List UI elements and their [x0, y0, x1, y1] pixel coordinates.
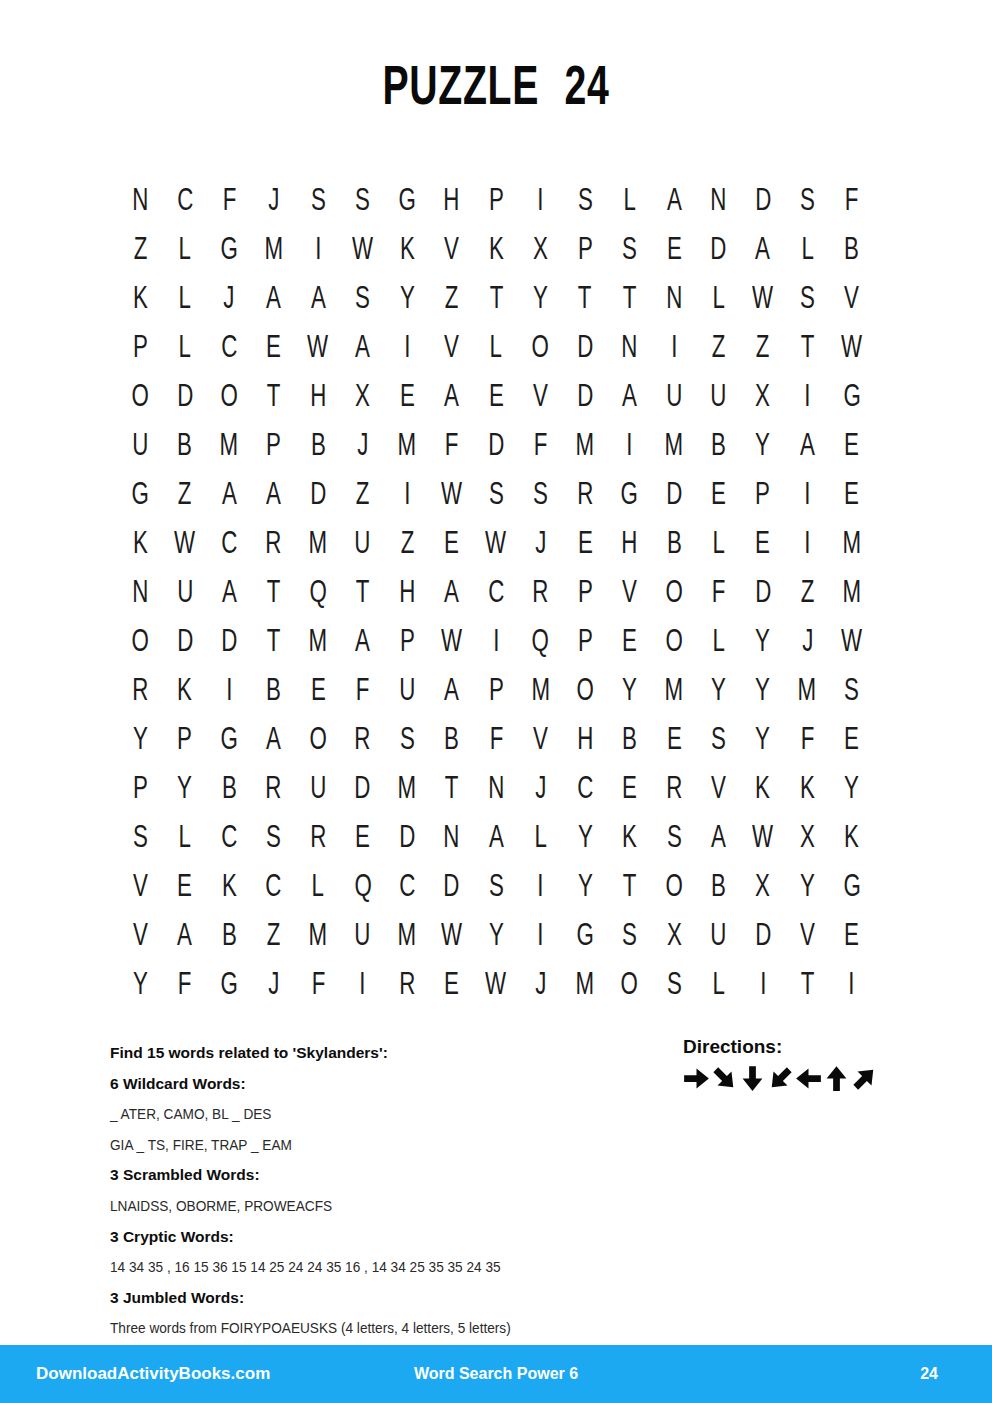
- grid-cell: N: [607, 323, 651, 372]
- footer-book-title: Word Search Power 6: [0, 1365, 992, 1383]
- grid-cell: K: [385, 225, 429, 274]
- grid-cell: A: [340, 323, 384, 372]
- grid-cell: I: [607, 421, 651, 470]
- grid-cell: P: [563, 225, 607, 274]
- grid-cell: N: [696, 176, 740, 225]
- grid-cell: K: [741, 763, 785, 812]
- clue-heading: 3 Cryptic Words:: [110, 1222, 670, 1253]
- grid-cell: M: [385, 763, 429, 812]
- grid-cell: M: [296, 519, 340, 568]
- grid-cell: L: [296, 861, 340, 910]
- grid-cell: W: [296, 323, 340, 372]
- grid-cell: U: [118, 421, 162, 470]
- arrow-down-right-icon: [711, 1065, 739, 1092]
- grid-cell: D: [385, 812, 429, 861]
- grid-cell: M: [652, 421, 696, 470]
- grid-cell: V: [518, 372, 562, 421]
- grid-cell: S: [830, 665, 874, 714]
- grid-cell: O: [207, 372, 251, 421]
- grid-cell: I: [207, 665, 251, 714]
- grid-cell: O: [518, 323, 562, 372]
- grid-cell: D: [696, 225, 740, 274]
- grid-cell: J: [340, 421, 384, 470]
- grid-cell: R: [518, 568, 562, 617]
- grid-cell: W: [474, 959, 518, 1008]
- grid-cell: F: [296, 959, 340, 1008]
- clue-heading: 3 Scrambled Words:: [110, 1160, 670, 1191]
- grid-cell: G: [830, 861, 874, 910]
- grid-cell: Y: [785, 861, 829, 910]
- grid-cell: W: [429, 470, 473, 519]
- grid-cell: E: [830, 421, 874, 470]
- grid-cell: I: [830, 959, 874, 1008]
- footer-bar: DownloadActivityBooks.com Word Search Po…: [0, 1345, 992, 1403]
- grid-cell: C: [207, 519, 251, 568]
- grid-cell: F: [785, 714, 829, 763]
- grid-cell: M: [830, 519, 874, 568]
- grid-cell: V: [696, 763, 740, 812]
- page-title: PUZZLE 24: [149, 52, 843, 117]
- grid-cell: A: [785, 421, 829, 470]
- grid-cell: W: [741, 812, 785, 861]
- grid-cell: B: [696, 861, 740, 910]
- grid-cell: X: [741, 372, 785, 421]
- grid-cell: O: [607, 959, 651, 1008]
- find-words-heading: Find 15 words related to 'Skylanders':: [110, 1038, 670, 1069]
- grid-cell: D: [563, 372, 607, 421]
- grid-cell: G: [207, 959, 251, 1008]
- grid-cell: W: [429, 616, 473, 665]
- clue-heading: 6 Wildcard Words:: [110, 1069, 670, 1100]
- grid-cell: U: [162, 568, 206, 617]
- grid-cell: P: [118, 323, 162, 372]
- grid-cell: Q: [296, 568, 340, 617]
- grid-cell: R: [251, 763, 295, 812]
- grid-cell: Z: [251, 910, 295, 959]
- grid-cell: A: [696, 812, 740, 861]
- clue-line: LNAIDSS, OBORME, PROWEACFS: [110, 1191, 603, 1222]
- grid-cell: A: [429, 568, 473, 617]
- grid-cell: V: [118, 861, 162, 910]
- grid-cell: D: [474, 421, 518, 470]
- grid-cell: D: [741, 176, 785, 225]
- grid-cell: E: [429, 519, 473, 568]
- grid-cell: B: [296, 421, 340, 470]
- grid-cell: L: [696, 959, 740, 1008]
- grid-cell: N: [118, 568, 162, 617]
- grid-cell: Z: [385, 519, 429, 568]
- grid-cell: K: [785, 763, 829, 812]
- grid-cell: U: [696, 372, 740, 421]
- grid-cell: W: [429, 910, 473, 959]
- grid-cell: D: [207, 616, 251, 665]
- grid-cell: O: [652, 568, 696, 617]
- grid-cell: Y: [118, 959, 162, 1008]
- grid-cell: M: [563, 959, 607, 1008]
- grid-cell: D: [162, 616, 206, 665]
- grid-cell: W: [162, 519, 206, 568]
- grid-cell: P: [563, 616, 607, 665]
- grid-cell: V: [785, 910, 829, 959]
- grid-cell: Y: [696, 665, 740, 714]
- grid-cell: G: [830, 372, 874, 421]
- grid-cell: Z: [429, 274, 473, 323]
- grid-cell: J: [251, 176, 295, 225]
- grid-cell: Y: [118, 714, 162, 763]
- grid-cell: P: [474, 176, 518, 225]
- grid-cell: A: [251, 274, 295, 323]
- grid-cell: E: [162, 861, 206, 910]
- clue-heading: 3 Jumbled Words:: [110, 1283, 670, 1314]
- grid-cell: S: [696, 714, 740, 763]
- grid-cell: G: [207, 225, 251, 274]
- grid-cell: X: [741, 861, 785, 910]
- grid-cell: V: [518, 714, 562, 763]
- grid-cell: N: [118, 176, 162, 225]
- grid-cell: I: [385, 323, 429, 372]
- grid-cell: Y: [607, 665, 651, 714]
- grid-cell: P: [385, 616, 429, 665]
- grid-cell: H: [563, 714, 607, 763]
- grid-cell: M: [652, 665, 696, 714]
- grid-cell: T: [251, 568, 295, 617]
- grid-cell: W: [741, 274, 785, 323]
- grid-cell: X: [785, 812, 829, 861]
- grid-cell: N: [474, 763, 518, 812]
- grid-cell: E: [429, 959, 473, 1008]
- grid-cell: G: [607, 470, 651, 519]
- grid-cell: O: [118, 616, 162, 665]
- clue-panel: Find 15 words related to 'Skylanders': 6…: [110, 1038, 670, 1344]
- grid-cell: Y: [741, 616, 785, 665]
- grid-cell: N: [652, 274, 696, 323]
- grid-cell: J: [207, 274, 251, 323]
- grid-cell: F: [830, 176, 874, 225]
- grid-cell: I: [518, 910, 562, 959]
- grid-cell: B: [251, 665, 295, 714]
- grid-cell: M: [296, 910, 340, 959]
- grid-cell: V: [429, 225, 473, 274]
- grid-cell: K: [118, 519, 162, 568]
- grid-cell: L: [162, 225, 206, 274]
- grid-cell: A: [207, 470, 251, 519]
- grid-cell: A: [474, 812, 518, 861]
- grid-cell: K: [474, 225, 518, 274]
- grid-cell: A: [207, 568, 251, 617]
- grid-cell: M: [207, 421, 251, 470]
- grid-cell: I: [785, 372, 829, 421]
- grid-cell: S: [652, 959, 696, 1008]
- grid-cell: E: [607, 763, 651, 812]
- grid-cell: I: [785, 519, 829, 568]
- grid-cell: Z: [162, 470, 206, 519]
- grid-cell: O: [652, 616, 696, 665]
- grid-cell: E: [340, 812, 384, 861]
- grid-cell: L: [607, 176, 651, 225]
- grid-cell: A: [162, 910, 206, 959]
- grid-cell: C: [207, 812, 251, 861]
- grid-cell: Y: [830, 763, 874, 812]
- grid-cell: L: [162, 323, 206, 372]
- grid-cell: G: [118, 470, 162, 519]
- grid-cell: P: [563, 568, 607, 617]
- grid-cell: T: [785, 959, 829, 1008]
- grid-cell: R: [385, 959, 429, 1008]
- grid-cell: T: [429, 763, 473, 812]
- word-search-grid: NCFJSSGHPISLANDSFZLGMIWKVKXPSEDALBKLJAAS…: [118, 176, 874, 1008]
- grid-cell: A: [607, 372, 651, 421]
- grid-cell: L: [162, 812, 206, 861]
- grid-cell: D: [741, 568, 785, 617]
- grid-cell: L: [696, 616, 740, 665]
- grid-cell: D: [296, 470, 340, 519]
- grid-cell: R: [296, 812, 340, 861]
- grid-cell: D: [563, 323, 607, 372]
- grid-cell: R: [652, 763, 696, 812]
- grid-cell: M: [518, 665, 562, 714]
- grid-cell: J: [785, 616, 829, 665]
- grid-cell: K: [607, 812, 651, 861]
- grid-cell: A: [296, 274, 340, 323]
- clue-line: GIA _ TS, FIRE, TRAP _ EAM: [110, 1130, 603, 1161]
- grid-cell: P: [474, 665, 518, 714]
- grid-cell: S: [296, 176, 340, 225]
- grid-cell: C: [563, 763, 607, 812]
- grid-cell: B: [207, 910, 251, 959]
- grid-cell: S: [652, 812, 696, 861]
- grid-cell: F: [518, 421, 562, 470]
- grid-cell: V: [429, 323, 473, 372]
- grid-cell: S: [607, 225, 651, 274]
- grid-cell: W: [830, 323, 874, 372]
- grid-cell: Y: [741, 714, 785, 763]
- clue-line: Three words from FOIRYPOAEUSKS (4 letter…: [110, 1313, 603, 1344]
- grid-cell: K: [830, 812, 874, 861]
- grid-cell: I: [518, 176, 562, 225]
- grid-cell: J: [518, 763, 562, 812]
- grid-cell: S: [474, 470, 518, 519]
- grid-cell: K: [162, 665, 206, 714]
- grid-cell: L: [162, 274, 206, 323]
- arrow-down-left-icon: [767, 1065, 795, 1092]
- grid-cell: T: [563, 274, 607, 323]
- grid-cell: T: [340, 568, 384, 617]
- grid-cell: C: [251, 861, 295, 910]
- grid-cell: K: [118, 274, 162, 323]
- grid-cell: G: [563, 910, 607, 959]
- grid-cell: T: [607, 274, 651, 323]
- grid-cell: E: [741, 519, 785, 568]
- grid-cell: Z: [741, 323, 785, 372]
- grid-cell: C: [162, 176, 206, 225]
- grid-cell: U: [696, 910, 740, 959]
- grid-cell: V: [118, 910, 162, 959]
- grid-cell: W: [474, 519, 518, 568]
- grid-cell: Z: [118, 225, 162, 274]
- grid-cell: B: [607, 714, 651, 763]
- grid-cell: Y: [563, 812, 607, 861]
- grid-cell: A: [251, 714, 295, 763]
- grid-cell: E: [830, 470, 874, 519]
- grid-cell: R: [563, 470, 607, 519]
- grid-cell: W: [340, 225, 384, 274]
- grid-cell: A: [429, 372, 473, 421]
- grid-cell: E: [385, 372, 429, 421]
- grid-cell: L: [696, 274, 740, 323]
- grid-cell: B: [207, 763, 251, 812]
- puzzle-page: PUZZLE 24 NCFJSSGHPISLANDSFZLGMIWKVKXPSE…: [0, 0, 992, 1403]
- grid-cell: T: [251, 616, 295, 665]
- grid-cell: I: [785, 470, 829, 519]
- grid-cell: F: [696, 568, 740, 617]
- grid-cell: N: [429, 812, 473, 861]
- grid-cell: H: [296, 372, 340, 421]
- grid-cell: W: [830, 616, 874, 665]
- grid-cell: X: [518, 225, 562, 274]
- grid-cell: Y: [385, 274, 429, 323]
- grid-cell: U: [385, 665, 429, 714]
- arrow-up-right-icon: [851, 1065, 879, 1092]
- grid-cell: L: [474, 323, 518, 372]
- grid-cell: D: [429, 861, 473, 910]
- grid-cell: E: [607, 616, 651, 665]
- grid-cell: B: [830, 225, 874, 274]
- grid-cell: S: [563, 176, 607, 225]
- grid-cell: R: [340, 714, 384, 763]
- grid-cell: E: [696, 470, 740, 519]
- grid-cell: C: [474, 568, 518, 617]
- directions-panel: Directions:: [683, 1036, 879, 1092]
- grid-cell: X: [340, 372, 384, 421]
- grid-cell: Q: [340, 861, 384, 910]
- grid-cell: A: [429, 665, 473, 714]
- grid-cell: M: [785, 665, 829, 714]
- grid-cell: T: [474, 274, 518, 323]
- grid-cell: F: [207, 176, 251, 225]
- grid-cell: B: [429, 714, 473, 763]
- grid-cell: A: [741, 225, 785, 274]
- directions-label: Directions:: [683, 1036, 879, 1058]
- grid-cell: C: [385, 861, 429, 910]
- grid-cell: T: [785, 323, 829, 372]
- grid-cell: Q: [518, 616, 562, 665]
- grid-cell: V: [830, 274, 874, 323]
- arrow-left-icon: [795, 1065, 823, 1092]
- grid-cell: K: [207, 861, 251, 910]
- grid-cell: L: [785, 225, 829, 274]
- grid-cell: C: [207, 323, 251, 372]
- grid-cell: F: [162, 959, 206, 1008]
- grid-cell: S: [118, 812, 162, 861]
- grid-cell: O: [118, 372, 162, 421]
- grid-cell: E: [563, 519, 607, 568]
- grid-cell: S: [607, 910, 651, 959]
- grid-cell: Z: [696, 323, 740, 372]
- directions-arrows: [683, 1065, 879, 1092]
- grid-cell: L: [696, 519, 740, 568]
- grid-cell: I: [741, 959, 785, 1008]
- grid-cell: I: [385, 470, 429, 519]
- grid-cell: E: [652, 714, 696, 763]
- grid-cell: S: [474, 861, 518, 910]
- clue-list: 6 Wildcard Words:_ ATER, CAMO, BL _ DESG…: [110, 1069, 670, 1344]
- grid-cell: Y: [162, 763, 206, 812]
- grid-cell: H: [607, 519, 651, 568]
- grid-cell: H: [429, 176, 473, 225]
- grid-cell: M: [385, 910, 429, 959]
- grid-cell: A: [251, 470, 295, 519]
- grid-cell: B: [162, 421, 206, 470]
- grid-cell: U: [340, 519, 384, 568]
- grid-cell: I: [518, 861, 562, 910]
- grid-cell: U: [296, 763, 340, 812]
- grid-cell: S: [340, 176, 384, 225]
- grid-cell: E: [652, 225, 696, 274]
- grid-cell: J: [251, 959, 295, 1008]
- grid-cell: M: [830, 568, 874, 617]
- grid-cell: S: [340, 274, 384, 323]
- grid-cell: E: [251, 323, 295, 372]
- grid-cell: L: [518, 812, 562, 861]
- grid-cell: P: [251, 421, 295, 470]
- grid-cell: I: [652, 323, 696, 372]
- grid-cell: D: [162, 372, 206, 421]
- grid-cell: Y: [518, 274, 562, 323]
- grid-cell: R: [251, 519, 295, 568]
- grid-cell: X: [652, 910, 696, 959]
- grid-cell: D: [741, 910, 785, 959]
- grid-cell: V: [607, 568, 651, 617]
- grid-cell: S: [518, 470, 562, 519]
- grid-cell: T: [607, 861, 651, 910]
- grid-cell: R: [118, 665, 162, 714]
- grid-cell: M: [251, 225, 295, 274]
- grid-cell: Y: [474, 910, 518, 959]
- grid-cell: E: [830, 714, 874, 763]
- grid-cell: I: [474, 616, 518, 665]
- grid-cell: S: [251, 812, 295, 861]
- grid-cell: J: [518, 519, 562, 568]
- grid-cell: B: [696, 421, 740, 470]
- clue-line: 14 34 35 , 16 15 36 15 14 25 24 24 35 16…: [110, 1252, 603, 1283]
- grid-cell: Y: [741, 665, 785, 714]
- grid-cell: Z: [340, 470, 384, 519]
- grid-cell: P: [162, 714, 206, 763]
- grid-cell: O: [296, 714, 340, 763]
- grid-cell: I: [296, 225, 340, 274]
- grid-cell: F: [340, 665, 384, 714]
- grid-cell: O: [563, 665, 607, 714]
- grid-cell: Z: [785, 568, 829, 617]
- grid-cell: F: [474, 714, 518, 763]
- grid-cell: Y: [563, 861, 607, 910]
- grid-cell: S: [385, 714, 429, 763]
- grid-cell: A: [652, 176, 696, 225]
- grid-cell: F: [429, 421, 473, 470]
- grid-cell: E: [830, 910, 874, 959]
- grid-cell: D: [652, 470, 696, 519]
- grid-cell: A: [340, 616, 384, 665]
- grid-cell: T: [251, 372, 295, 421]
- grid-cell: E: [474, 372, 518, 421]
- grid-cell: I: [340, 959, 384, 1008]
- grid-cell: S: [785, 274, 829, 323]
- grid-cell: O: [652, 861, 696, 910]
- grid-cell: B: [652, 519, 696, 568]
- grid-cell: U: [652, 372, 696, 421]
- grid-cell: P: [118, 763, 162, 812]
- grid-cell: J: [518, 959, 562, 1008]
